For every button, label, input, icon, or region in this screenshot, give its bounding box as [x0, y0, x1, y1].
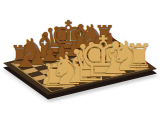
piece-white-rook-h1[interactable]: ♜ [125, 41, 154, 73]
chess-set-photo: ♜♞♝♛♚♝♞♜♟♟♟♟♟♟♟♟♟♟♟♟♟♟♟♟♜♞♝♛♚♝♞♜ [0, 0, 160, 120]
pieces-layer: ♜♞♝♛♚♝♞♜♟♟♟♟♟♟♟♟♟♟♟♟♟♟♟♟♜♞♝♛♚♝♞♜ [0, 0, 160, 120]
